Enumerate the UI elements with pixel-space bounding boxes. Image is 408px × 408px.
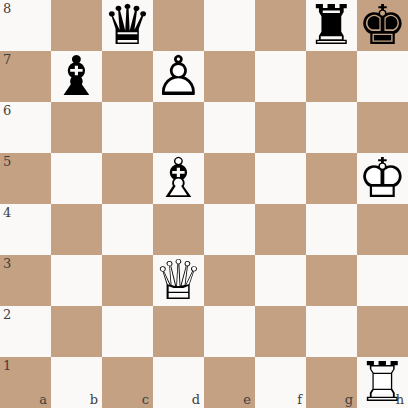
square-f1[interactable]: f: [255, 357, 306, 408]
square-a4[interactable]: 4: [0, 204, 51, 255]
square-f4[interactable]: [255, 204, 306, 255]
square-e4[interactable]: [204, 204, 255, 255]
piece-glyph-outline: ♗: [153, 153, 204, 204]
square-c6[interactable]: [102, 102, 153, 153]
rank-label-7: 7: [3, 53, 11, 66]
square-g6[interactable]: [306, 102, 357, 153]
square-g3[interactable]: [306, 255, 357, 306]
square-b7[interactable]: ♝: [51, 51, 102, 102]
square-g8[interactable]: ♜: [306, 0, 357, 51]
piece-black-rook[interactable]: ♜: [306, 0, 357, 51]
file-label-f: f: [297, 393, 302, 406]
square-c4[interactable]: [102, 204, 153, 255]
square-h3[interactable]: [357, 255, 408, 306]
square-a3[interactable]: 3: [0, 255, 51, 306]
square-g1[interactable]: g: [306, 357, 357, 408]
square-f7[interactable]: [255, 51, 306, 102]
square-h4[interactable]: [357, 204, 408, 255]
square-g4[interactable]: [306, 204, 357, 255]
square-d5[interactable]: ♝♗: [153, 153, 204, 204]
rank-label-3: 3: [3, 257, 11, 270]
square-d2[interactable]: [153, 306, 204, 357]
square-g2[interactable]: [306, 306, 357, 357]
piece-glyph-outline: ♙: [153, 51, 204, 102]
square-c8[interactable]: ♛: [102, 0, 153, 51]
piece-glyph-fill: ♝: [153, 153, 204, 204]
square-f8[interactable]: [255, 0, 306, 51]
square-e8[interactable]: [204, 0, 255, 51]
piece-glyph: ♜: [306, 0, 357, 51]
file-label-b: b: [90, 393, 98, 406]
square-a1[interactable]: 1a: [0, 357, 51, 408]
piece-white-rook[interactable]: ♜♖: [357, 357, 408, 408]
square-h8[interactable]: ♚: [357, 0, 408, 51]
square-b8[interactable]: [51, 0, 102, 51]
square-b4[interactable]: [51, 204, 102, 255]
square-f5[interactable]: [255, 153, 306, 204]
square-b3[interactable]: [51, 255, 102, 306]
square-h2[interactable]: [357, 306, 408, 357]
rank-label-1: 1: [3, 359, 11, 372]
square-a6[interactable]: 6: [0, 102, 51, 153]
square-a5[interactable]: 5: [0, 153, 51, 204]
piece-white-bishop[interactable]: ♝♗: [153, 153, 204, 204]
square-c2[interactable]: [102, 306, 153, 357]
rank-label-6: 6: [3, 104, 11, 117]
square-a2[interactable]: 2: [0, 306, 51, 357]
piece-white-king[interactable]: ♚♔: [357, 153, 408, 204]
square-h7[interactable]: [357, 51, 408, 102]
square-e1[interactable]: e: [204, 357, 255, 408]
square-f2[interactable]: [255, 306, 306, 357]
piece-glyph-outline: ♔: [357, 153, 408, 204]
file-label-e: e: [243, 393, 251, 406]
file-label-d: d: [192, 393, 200, 406]
square-d6[interactable]: [153, 102, 204, 153]
square-e2[interactable]: [204, 306, 255, 357]
rank-label-8: 8: [3, 2, 11, 15]
rank-label-4: 4: [3, 206, 11, 219]
piece-glyph: ♚: [357, 0, 408, 51]
square-d1[interactable]: d: [153, 357, 204, 408]
piece-glyph: ♝: [51, 51, 102, 102]
square-a8[interactable]: 8: [0, 0, 51, 51]
square-a7[interactable]: 7: [0, 51, 51, 102]
piece-glyph-fill: ♚: [357, 153, 408, 204]
square-b6[interactable]: [51, 102, 102, 153]
piece-glyph-outline: ♖: [357, 357, 408, 408]
square-g7[interactable]: [306, 51, 357, 102]
square-e6[interactable]: [204, 102, 255, 153]
file-label-c: c: [142, 393, 149, 406]
square-f3[interactable]: [255, 255, 306, 306]
square-d8[interactable]: [153, 0, 204, 51]
square-b2[interactable]: [51, 306, 102, 357]
piece-white-queen[interactable]: ♛♕: [153, 255, 204, 306]
file-label-g: g: [345, 393, 353, 406]
chess-board: 8♛♜♚7♝♟♙65♝♗♚♔43♛♕21abcdefg♜♖h: [0, 0, 408, 408]
piece-glyph-fill: ♟: [153, 51, 204, 102]
square-b1[interactable]: b: [51, 357, 102, 408]
file-label-a: a: [39, 393, 47, 406]
piece-white-pawn[interactable]: ♟♙: [153, 51, 204, 102]
square-b5[interactable]: [51, 153, 102, 204]
square-e3[interactable]: [204, 255, 255, 306]
piece-glyph-fill: ♛: [153, 255, 204, 306]
square-c1[interactable]: c: [102, 357, 153, 408]
square-c5[interactable]: [102, 153, 153, 204]
square-d7[interactable]: ♟♙: [153, 51, 204, 102]
square-c7[interactable]: [102, 51, 153, 102]
square-e7[interactable]: [204, 51, 255, 102]
square-d3[interactable]: ♛♕: [153, 255, 204, 306]
piece-glyph-outline: ♕: [153, 255, 204, 306]
square-d4[interactable]: [153, 204, 204, 255]
piece-glyph: ♛: [102, 0, 153, 51]
square-f6[interactable]: [255, 102, 306, 153]
rank-label-2: 2: [3, 308, 11, 321]
piece-glyph-fill: ♜: [357, 357, 408, 408]
piece-black-king[interactable]: ♚: [357, 0, 408, 51]
square-h5[interactable]: ♚♔: [357, 153, 408, 204]
square-c3[interactable]: [102, 255, 153, 306]
square-h1[interactable]: ♜♖h: [357, 357, 408, 408]
square-g5[interactable]: [306, 153, 357, 204]
rank-label-5: 5: [3, 155, 11, 168]
square-e5[interactable]: [204, 153, 255, 204]
piece-black-bishop[interactable]: ♝: [51, 51, 102, 102]
piece-black-queen[interactable]: ♛: [102, 0, 153, 51]
square-h6[interactable]: [357, 102, 408, 153]
